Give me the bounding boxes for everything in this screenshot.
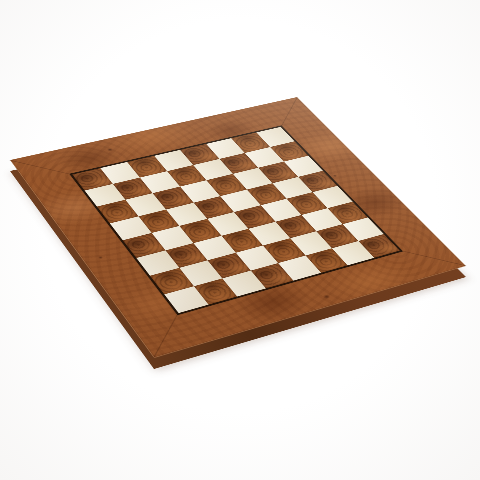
chessboard [10, 97, 466, 358]
product-photo [0, 0, 480, 480]
miter-seam-top-right [281, 97, 297, 126]
playing-field [69, 125, 403, 315]
miter-seam-top-left [10, 160, 70, 174]
board-grid [72, 127, 399, 313]
miter-seam-bottom-left [153, 315, 177, 358]
miter-seam-bottom-right [403, 251, 467, 266]
